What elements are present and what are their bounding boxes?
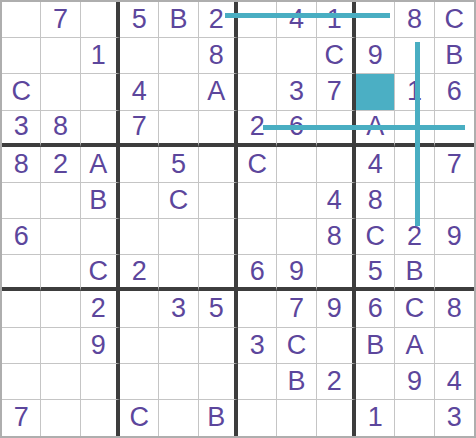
cell-r10c2[interactable] bbox=[41, 328, 80, 364]
cell-r1c6[interactable]: 2 bbox=[199, 2, 238, 38]
cell-r2c4[interactable] bbox=[120, 38, 159, 74]
cell-r7c5[interactable] bbox=[159, 219, 198, 255]
cell-r9c11[interactable]: C bbox=[395, 291, 434, 327]
cell-r12c8[interactable] bbox=[277, 400, 316, 436]
sudoku-board: 75B2418C18C9BC4A371638726A82A5C47BC4868C… bbox=[0, 0, 476, 438]
cell-r9c3[interactable]: 2 bbox=[81, 291, 120, 327]
cell-r3c11[interactable]: 1 bbox=[395, 74, 434, 110]
cell-r12c5[interactable] bbox=[159, 400, 198, 436]
cell-r11c1[interactable] bbox=[2, 364, 41, 400]
cell-r4c5[interactable] bbox=[159, 111, 198, 147]
cell-r11c3[interactable] bbox=[81, 364, 120, 400]
cell-r8c4[interactable]: 2 bbox=[120, 255, 159, 291]
cell-r5c2[interactable]: 2 bbox=[41, 147, 80, 183]
cell-r1c1[interactable] bbox=[2, 2, 41, 38]
cell-r6c11[interactable] bbox=[395, 183, 434, 219]
cell-r3c3[interactable] bbox=[81, 74, 120, 110]
cell-r7c7[interactable] bbox=[238, 219, 277, 255]
cell-r10c6[interactable] bbox=[199, 328, 238, 364]
cell-r10c8[interactable]: C bbox=[277, 328, 316, 364]
cell-r9c6[interactable]: 5 bbox=[199, 291, 238, 327]
cell-r6c1[interactable] bbox=[2, 183, 41, 219]
cell-r1c11[interactable]: 8 bbox=[395, 2, 434, 38]
cell-r8c9[interactable] bbox=[317, 255, 356, 291]
cell-r5c3[interactable]: A bbox=[81, 147, 120, 183]
cell-r7c1[interactable]: 6 bbox=[2, 219, 41, 255]
cell-r8c7[interactable]: 6 bbox=[238, 255, 277, 291]
cell-r1c3[interactable] bbox=[81, 2, 120, 38]
cell-r11c9[interactable]: 2 bbox=[317, 364, 356, 400]
cell-r6c9[interactable]: 4 bbox=[317, 183, 356, 219]
puzzle-stage: 75B2418C18C9BC4A371638726A82A5C47BC4868C… bbox=[0, 0, 476, 438]
cell-r9c9[interactable]: 9 bbox=[317, 291, 356, 327]
cell-r11c11[interactable]: 9 bbox=[395, 364, 434, 400]
cell-r3c4[interactable]: 4 bbox=[120, 74, 159, 110]
cell-r5c5[interactable]: 5 bbox=[159, 147, 198, 183]
cell-r11c6[interactable] bbox=[199, 364, 238, 400]
cell-r6c2[interactable] bbox=[41, 183, 80, 219]
cell-r4c8[interactable]: 6 bbox=[277, 111, 316, 147]
cell-r9c2[interactable] bbox=[41, 291, 80, 327]
cell-r2c8[interactable] bbox=[277, 38, 316, 74]
cell-r3c9[interactable]: 7 bbox=[317, 74, 356, 110]
cell-r6c3[interactable]: B bbox=[81, 183, 120, 219]
cell-r12c6[interactable]: B bbox=[199, 400, 238, 436]
cell-r2c9[interactable]: C bbox=[317, 38, 356, 74]
cell-r1c8[interactable]: 4 bbox=[277, 2, 316, 38]
cell-r11c5[interactable] bbox=[159, 364, 198, 400]
cell-r4c7[interactable]: 2 bbox=[238, 111, 277, 147]
cell-r7c9[interactable]: 8 bbox=[317, 219, 356, 255]
cell-r9c10[interactable]: 6 bbox=[356, 291, 395, 327]
cell-r1c5[interactable]: B bbox=[159, 2, 198, 38]
cell-r4c11[interactable] bbox=[395, 111, 434, 147]
cell-r11c2[interactable] bbox=[41, 364, 80, 400]
cell-r12c11[interactable] bbox=[395, 400, 434, 436]
cell-r5c11[interactable] bbox=[395, 147, 434, 183]
cell-r10c9[interactable] bbox=[317, 328, 356, 364]
cell-r4c12[interactable] bbox=[435, 111, 474, 147]
cell-r11c8[interactable]: B bbox=[277, 364, 316, 400]
cell-r9c5[interactable]: 3 bbox=[159, 291, 198, 327]
cell-r12c9[interactable] bbox=[317, 400, 356, 436]
cell-r4c4[interactable]: 7 bbox=[120, 111, 159, 147]
cell-r3c5[interactable] bbox=[159, 74, 198, 110]
cell-r8c5[interactable] bbox=[159, 255, 198, 291]
cell-r12c7[interactable] bbox=[238, 400, 277, 436]
cell-r7c6[interactable] bbox=[199, 219, 238, 255]
cell-r7c12[interactable]: 9 bbox=[435, 219, 474, 255]
cell-r6c10[interactable]: 8 bbox=[356, 183, 395, 219]
cell-r2c12[interactable]: B bbox=[435, 38, 474, 74]
cell-r6c12[interactable] bbox=[435, 183, 474, 219]
cell-r12c12[interactable]: 3 bbox=[435, 400, 474, 436]
cell-r11c7[interactable] bbox=[238, 364, 277, 400]
cell-r12c2[interactable] bbox=[41, 400, 80, 436]
cell-r2c3[interactable]: 1 bbox=[81, 38, 120, 74]
cell-r3c1[interactable]: C bbox=[2, 74, 41, 110]
cell-r1c2[interactable]: 7 bbox=[41, 2, 80, 38]
cell-r12c3[interactable] bbox=[81, 400, 120, 436]
cell-r7c4[interactable] bbox=[120, 219, 159, 255]
cell-r4c6[interactable] bbox=[199, 111, 238, 147]
cell-r10c1[interactable] bbox=[2, 328, 41, 364]
cell-r8c1[interactable] bbox=[2, 255, 41, 291]
cell-r1c10[interactable] bbox=[356, 2, 395, 38]
cell-r10c10[interactable]: B bbox=[356, 328, 395, 364]
cell-r12c4[interactable]: C bbox=[120, 400, 159, 436]
cell-r10c3[interactable]: 9 bbox=[81, 328, 120, 364]
cell-r12c10[interactable]: 1 bbox=[356, 400, 395, 436]
cell-r3c6[interactable]: A bbox=[199, 74, 238, 110]
cell-r8c6[interactable] bbox=[199, 255, 238, 291]
cell-r9c7[interactable] bbox=[238, 291, 277, 327]
cell-r6c7[interactable] bbox=[238, 183, 277, 219]
cell-r2c10[interactable]: 9 bbox=[356, 38, 395, 74]
cell-r4c1[interactable]: 3 bbox=[2, 111, 41, 147]
cell-r1c12[interactable]: C bbox=[435, 2, 474, 38]
cell-r10c7[interactable]: 3 bbox=[238, 328, 277, 364]
cell-r10c5[interactable] bbox=[159, 328, 198, 364]
cell-r2c2[interactable] bbox=[41, 38, 80, 74]
cell-r6c8[interactable] bbox=[277, 183, 316, 219]
cell-r9c1[interactable] bbox=[2, 291, 41, 327]
cell-r4c10[interactable]: A bbox=[356, 111, 395, 147]
cell-r6c5[interactable]: C bbox=[159, 183, 198, 219]
highlighted-cell-r3c10[interactable] bbox=[356, 74, 395, 110]
cell-r7c2[interactable] bbox=[41, 219, 80, 255]
cell-r8c12[interactable] bbox=[435, 255, 474, 291]
cell-r5c7[interactable]: C bbox=[238, 147, 277, 183]
cell-r11c12[interactable]: 4 bbox=[435, 364, 474, 400]
cell-r5c10[interactable]: 4 bbox=[356, 147, 395, 183]
cell-r4c9[interactable] bbox=[317, 111, 356, 147]
cell-r10c11[interactable]: A bbox=[395, 328, 434, 364]
cell-r5c9[interactable] bbox=[317, 147, 356, 183]
cell-r7c10[interactable]: C bbox=[356, 219, 395, 255]
cell-r2c1[interactable] bbox=[2, 38, 41, 74]
cell-r5c1[interactable]: 8 bbox=[2, 147, 41, 183]
cell-r3c8[interactable]: 3 bbox=[277, 74, 316, 110]
cell-r1c7[interactable] bbox=[238, 2, 277, 38]
cell-r3c12[interactable]: 6 bbox=[435, 74, 474, 110]
cell-r8c11[interactable]: B bbox=[395, 255, 434, 291]
cell-r4c3[interactable] bbox=[81, 111, 120, 147]
cell-r1c4[interactable]: 5 bbox=[120, 2, 159, 38]
cell-r8c2[interactable] bbox=[41, 255, 80, 291]
cell-r7c11[interactable]: 2 bbox=[395, 219, 434, 255]
cell-r2c6[interactable]: 8 bbox=[199, 38, 238, 74]
cell-r2c11[interactable] bbox=[395, 38, 434, 74]
cell-r9c12[interactable]: 8 bbox=[435, 291, 474, 327]
cell-r3c7[interactable] bbox=[238, 74, 277, 110]
cell-r9c4[interactable] bbox=[120, 291, 159, 327]
cell-r8c10[interactable]: 5 bbox=[356, 255, 395, 291]
cell-r5c6[interactable] bbox=[199, 147, 238, 183]
cell-r8c8[interactable]: 9 bbox=[277, 255, 316, 291]
cell-r11c4[interactable] bbox=[120, 364, 159, 400]
cell-r7c3[interactable] bbox=[81, 219, 120, 255]
cell-r3c2[interactable] bbox=[41, 74, 80, 110]
cell-r4c2[interactable]: 8 bbox=[41, 111, 80, 147]
cell-r2c7[interactable] bbox=[238, 38, 277, 74]
cell-r5c8[interactable] bbox=[277, 147, 316, 183]
cell-r10c12[interactable] bbox=[435, 328, 474, 364]
cell-r6c6[interactable] bbox=[199, 183, 238, 219]
cell-r1c9[interactable]: 1 bbox=[317, 2, 356, 38]
cell-r5c12[interactable]: 7 bbox=[435, 147, 474, 183]
cell-r11c10[interactable] bbox=[356, 364, 395, 400]
cell-r10c4[interactable] bbox=[120, 328, 159, 364]
cell-r12c1[interactable]: 7 bbox=[2, 400, 41, 436]
cell-r5c4[interactable] bbox=[120, 147, 159, 183]
cell-r7c8[interactable] bbox=[277, 219, 316, 255]
cell-r6c4[interactable] bbox=[120, 183, 159, 219]
cell-r9c8[interactable]: 7 bbox=[277, 291, 316, 327]
cell-r8c3[interactable]: C bbox=[81, 255, 120, 291]
cell-r2c5[interactable] bbox=[159, 38, 198, 74]
